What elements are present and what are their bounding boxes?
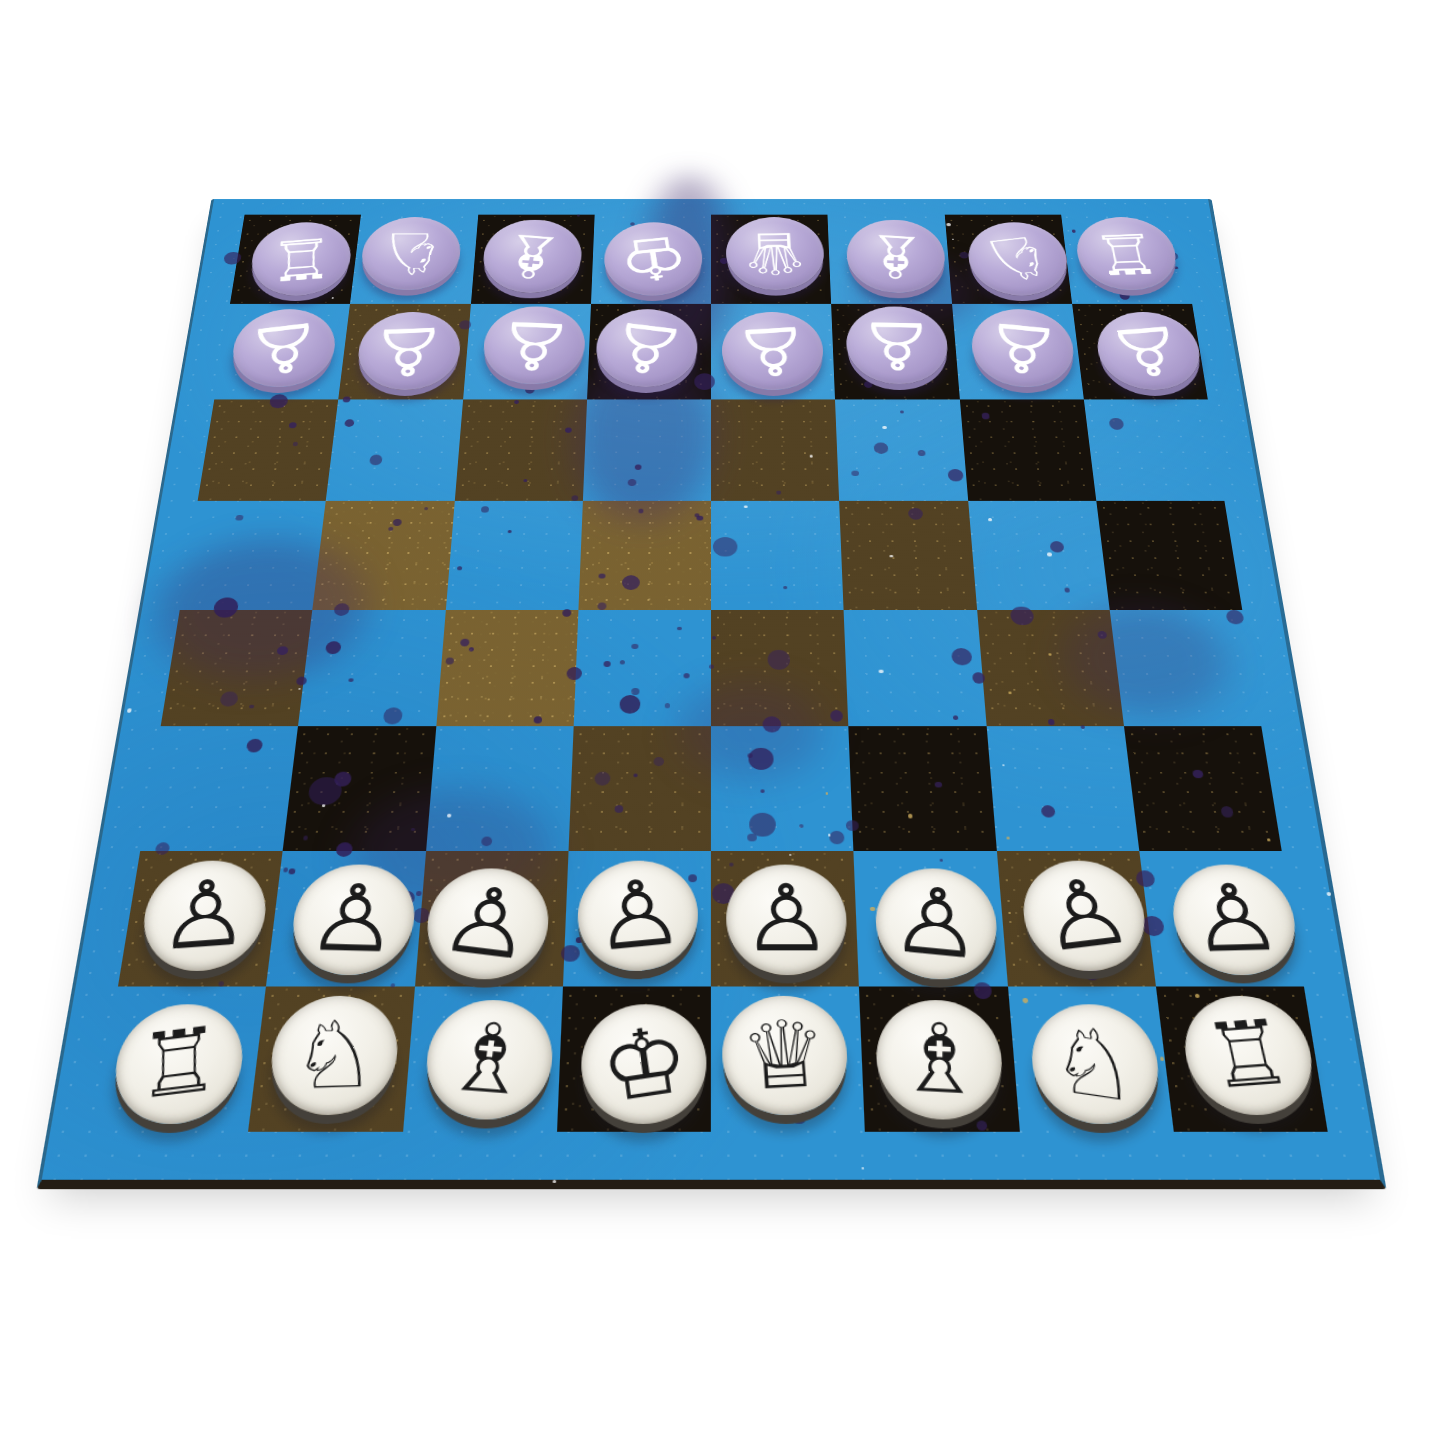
black-pawn-g7[interactable]: ♙ [969,309,1078,387]
square-f6[interactable] [835,399,967,501]
black-queen-icon: ♕ [739,224,811,282]
black-pawn-icon: ♙ [859,312,936,378]
black-pawn-e7[interactable]: ♙ [722,312,824,390]
square-f4[interactable] [844,610,986,726]
square-d6[interactable] [583,399,711,501]
square-c6[interactable] [454,399,587,501]
black-king-d8[interactable]: ♔ [603,222,702,295]
square-h6[interactable] [1084,399,1225,501]
square-g4[interactable] [977,610,1124,726]
white-knight-icon: ♘ [287,1008,382,1103]
square-g3[interactable] [986,726,1139,851]
white-rook-icon: ♖ [136,1015,221,1114]
black-pawn-icon: ♙ [731,316,814,386]
square-e6[interactable] [711,399,839,501]
square-g5[interactable] [968,501,1110,610]
square-h4[interactable] [1109,610,1261,726]
square-g6[interactable] [959,399,1096,501]
white-pawn-d2[interactable]: ♙ [576,861,698,971]
white-pawn-icon: ♙ [888,873,983,974]
square-a4[interactable] [161,610,313,726]
white-rook-icon: ♖ [1198,1008,1300,1103]
white-pawn-icon: ♙ [302,873,404,968]
white-pawn-icon: ♙ [741,874,833,966]
square-a5[interactable] [180,501,326,610]
square-a3[interactable] [140,726,298,851]
black-pawn-icon: ♙ [1102,315,1195,386]
black-king-icon: ♔ [615,227,692,290]
square-e3[interactable] [711,726,854,851]
board-scene: ♖♘♗♔♕♗♘♖♙♙♙♙♙♙♙♙♙♙♙♙♙♙♙♙♖♘♗♔♕♗♘♖ [37,199,1387,1189]
white-pawn-icon: ♙ [589,866,687,966]
square-b5[interactable] [313,501,455,610]
black-bishop-icon: ♗ [859,225,932,287]
black-pawn-icon: ♙ [492,311,575,379]
white-queen-e1[interactable]: ♕ [722,996,849,1115]
white-queen-icon: ♕ [738,1007,832,1104]
black-pawn-icon: ♙ [369,317,447,385]
black-queen-e8[interactable]: ♕ [726,217,825,290]
square-e4[interactable] [711,610,849,726]
square-e5[interactable] [711,501,844,610]
square-a6[interactable] [198,399,339,501]
black-pawn-icon: ♙ [245,311,325,384]
chess-board: ♖♘♗♔♕♗♘♖♙♙♙♙♙♙♙♙♙♙♙♙♙♙♙♙♖♘♗♔♕♗♘♖ [37,199,1387,1189]
black-rook-icon: ♖ [268,229,334,288]
square-d5[interactable] [578,501,711,610]
photo-page: ♖♘♗♔♕♗♘♖♙♙♙♙♙♙♙♙♙♙♙♙♙♙♙♙♖♘♗♔♕♗♘♖ [0,0,1445,1445]
square-h5[interactable] [1096,501,1242,610]
square-c4[interactable] [436,610,578,726]
square-b4[interactable] [298,610,445,726]
black-pawn-a7[interactable]: ♙ [227,309,339,387]
white-pawn-icon: ♙ [1030,865,1141,967]
black-rook-icon: ♖ [1088,225,1164,282]
square-f3[interactable] [849,726,997,851]
square-c5[interactable] [445,501,582,610]
black-bishop-icon: ♗ [491,224,572,288]
white-knight-icon: ♘ [1047,1011,1141,1117]
white-king-icon: ♔ [595,1011,695,1117]
white-pawn-icon: ♙ [157,867,253,965]
square-b6[interactable] [326,399,463,501]
white-bishop-icon: ♗ [437,1009,539,1111]
black-pawn-icon: ♙ [982,312,1062,384]
black-pawn-icon: ♙ [602,311,691,384]
white-pawn-icon: ♙ [1182,873,1288,968]
square-d4[interactable] [573,610,711,726]
square-h3[interactable] [1124,726,1282,851]
square-f5[interactable] [839,501,976,610]
white-bishop-icon: ♗ [894,1010,985,1110]
white-pawn-icon: ♙ [434,873,542,976]
square-c3[interactable] [426,726,574,851]
square-d3[interactable] [568,726,711,851]
white-pawn-f2[interactable]: ♙ [873,869,1000,980]
black-knight-icon: ♘ [975,227,1060,292]
black-knight-icon: ♘ [374,225,448,282]
square-b3[interactable] [283,726,436,851]
white-king-d1[interactable]: ♔ [580,1005,707,1125]
